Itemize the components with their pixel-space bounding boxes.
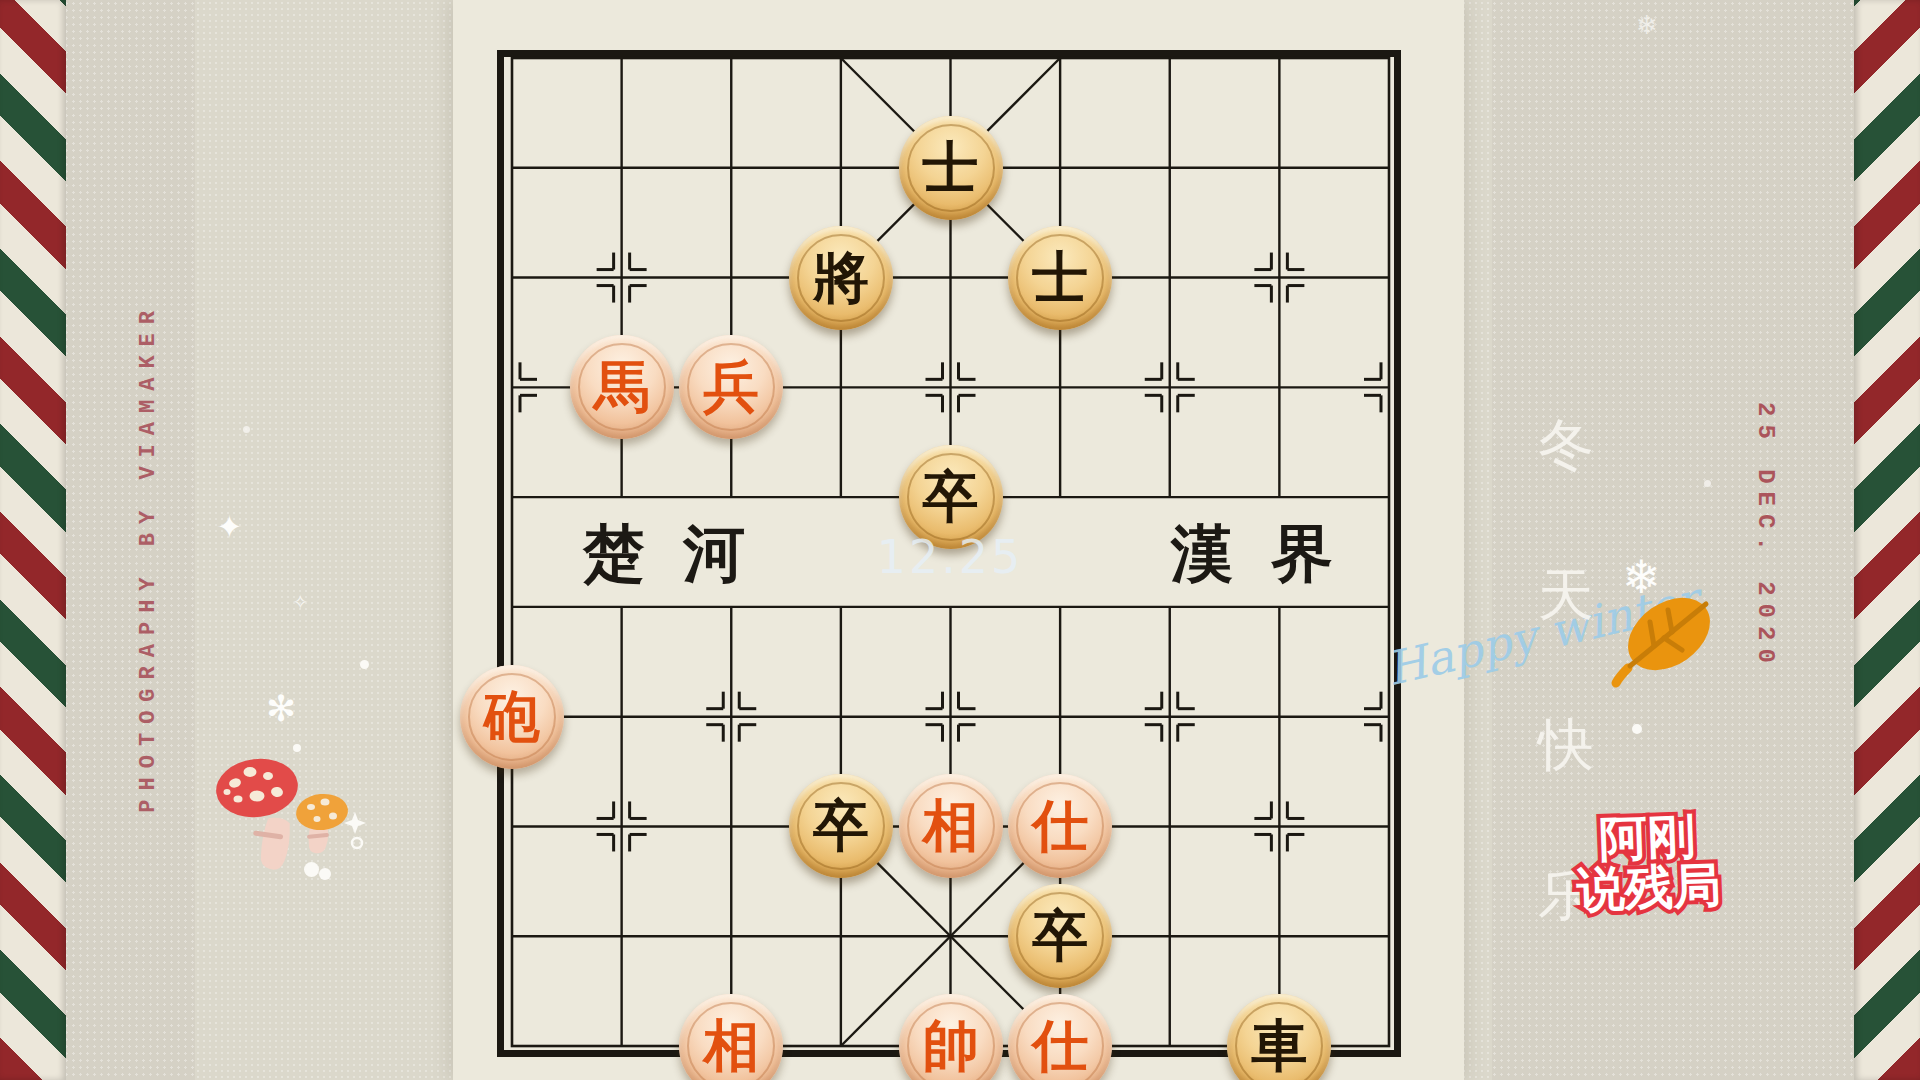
washi-tape-right (1854, 0, 1920, 1080)
piece-glyph: 卒 (1032, 907, 1088, 963)
piece-砲[interactable]: 砲 (460, 665, 564, 769)
piece-相[interactable]: 相 (899, 774, 1003, 878)
sparkle-icon: ✻ (266, 688, 296, 729)
piece-兵[interactable]: 兵 (679, 335, 783, 439)
channel-badge: 阿刚 说残局 (1546, 809, 1749, 916)
piece-glyph: 仕 (1032, 797, 1088, 853)
date-watermark: 12.25 (877, 530, 1024, 584)
leaf-illustration (1606, 588, 1721, 697)
sparkle-icon: ✦ (216, 508, 243, 546)
piece-glyph: 仕 (1032, 1017, 1088, 1073)
photography-credit: PHOTOGRAPHY BY VIAMAKER (136, 302, 161, 813)
river-label-han: 漢界 (1171, 512, 1371, 596)
piece-glyph: 卒 (923, 468, 979, 524)
piece-glyph: 車 (1251, 1017, 1307, 1073)
badge-line2: 说残局 (1548, 859, 1750, 916)
piece-卒[interactable]: 卒 (1008, 884, 1112, 988)
snow-dot (360, 660, 369, 669)
sparkle-icon: ✧ (292, 590, 309, 614)
mushrooms-illustration (205, 736, 380, 895)
piece-glyph: 士 (923, 139, 979, 195)
snowflake-icon: ❄ (1636, 10, 1658, 40)
piece-glyph: 馬 (594, 358, 650, 414)
piece-卒[interactable]: 卒 (789, 774, 893, 878)
piece-glyph: 帥 (923, 1017, 979, 1073)
greeting-char: 天 (1538, 558, 1594, 634)
snow-dot (243, 426, 250, 433)
piece-士[interactable]: 士 (899, 116, 1003, 220)
video-frame: PHOTOGRAPHY BY VIAMAKER ✦ ✧ ✻ (0, 0, 1920, 1080)
piece-glyph: 相 (923, 797, 979, 853)
greeting-char: 快 (1538, 708, 1594, 784)
piece-馬[interactable]: 馬 (570, 335, 674, 439)
snow-dot (1632, 724, 1642, 734)
piece-glyph: 砲 (484, 688, 540, 744)
piece-仕[interactable]: 仕 (1008, 774, 1112, 878)
greeting-char: 冬 (1538, 408, 1594, 484)
river-label-chu: 楚河 (583, 512, 783, 596)
piece-glyph: 兵 (703, 358, 759, 414)
washi-tape-left (0, 0, 66, 1080)
piece-glyph: 相 (703, 1017, 759, 1073)
date-stamp: 25 DEC. 2020 (1752, 402, 1779, 671)
piece-將[interactable]: 將 (789, 226, 893, 330)
piece-glyph: 士 (1032, 249, 1088, 305)
orange-mushroom (294, 791, 349, 854)
piece-glyph: 卒 (813, 797, 869, 853)
red-mushroom (213, 754, 301, 871)
sparkle-icon (344, 812, 366, 834)
piece-glyph: 將 (813, 249, 869, 305)
piece-士[interactable]: 士 (1008, 226, 1112, 330)
snow-dot (1704, 480, 1711, 487)
